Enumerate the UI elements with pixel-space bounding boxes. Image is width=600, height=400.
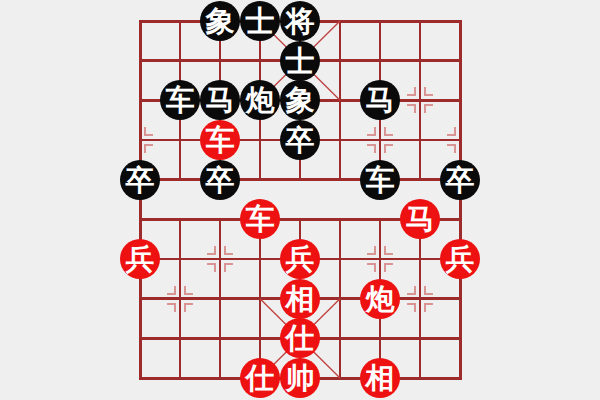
red-cannon-piece[interactable]: 炮 [360, 279, 400, 319]
red-soldier-piece[interactable]: 兵 [120, 239, 160, 279]
xiangqi-board: 象士将士车马炮象马车卒卒卒车卒车马兵兵兵相炮仕仕帅相 [0, 0, 600, 400]
black-chariot-piece[interactable]: 车 [360, 160, 400, 200]
black-soldier-piece[interactable]: 卒 [440, 160, 480, 200]
black-soldier-piece[interactable]: 卒 [280, 120, 320, 160]
black-elephant-piece[interactable]: 象 [200, 1, 240, 41]
black-general-piece[interactable]: 将 [280, 1, 320, 41]
black-soldier-piece[interactable]: 卒 [200, 160, 240, 200]
red-chariot-piece[interactable]: 车 [240, 199, 280, 239]
red-horse-piece[interactable]: 马 [400, 199, 440, 239]
black-horse-piece[interactable]: 马 [200, 80, 240, 120]
pieces-layer: 象士将士车马炮象马车卒卒卒车卒车马兵兵兵相炮仕仕帅相 [0, 0, 600, 400]
red-elephant-piece[interactable]: 相 [280, 279, 320, 319]
red-soldier-piece[interactable]: 兵 [280, 239, 320, 279]
black-chariot-piece[interactable]: 车 [160, 80, 200, 120]
red-elephant-piece[interactable]: 相 [360, 358, 400, 398]
black-soldier-piece[interactable]: 卒 [120, 160, 160, 200]
black-horse-piece[interactable]: 马 [360, 80, 400, 120]
red-chariot-piece[interactable]: 车 [200, 120, 240, 160]
red-advisor-piece[interactable]: 仕 [240, 358, 280, 398]
red-soldier-piece[interactable]: 兵 [440, 239, 480, 279]
black-advisor-piece[interactable]: 士 [280, 41, 320, 81]
black-elephant-piece[interactable]: 象 [280, 80, 320, 120]
black-advisor-piece[interactable]: 士 [240, 1, 280, 41]
black-cannon-piece[interactable]: 炮 [240, 80, 280, 120]
red-general-piece[interactable]: 帅 [280, 358, 320, 398]
red-advisor-piece[interactable]: 仕 [280, 318, 320, 358]
